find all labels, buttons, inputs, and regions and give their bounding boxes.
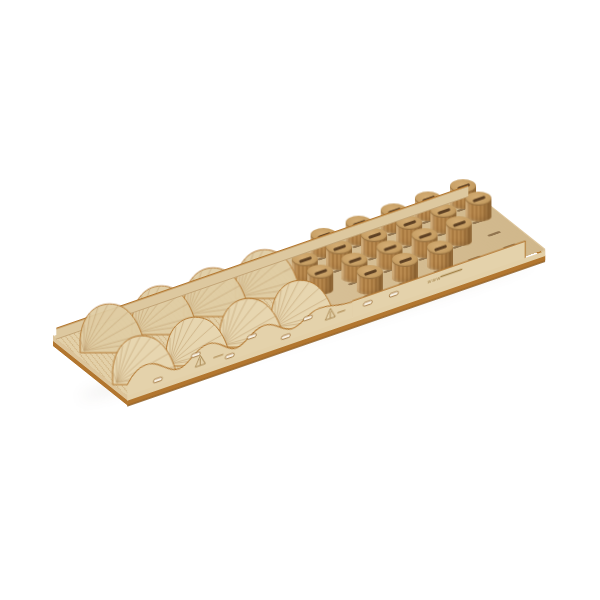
peg-slot-engraving (472, 195, 485, 202)
peg-slot-engraving (368, 232, 381, 239)
photo-stage: www (0, 0, 600, 600)
wooden-tray-board: www (53, 190, 545, 396)
peg-slot-engraving (348, 256, 361, 263)
peg-slot-engraving (453, 220, 466, 227)
peg-slot-engraving (402, 220, 415, 227)
peg-slot-engraving (437, 207, 450, 214)
peg-top (446, 216, 472, 230)
peg-slot-engraving (333, 244, 346, 251)
peg-slot-engraving (383, 244, 396, 251)
peg-slot-engraving (418, 232, 431, 239)
